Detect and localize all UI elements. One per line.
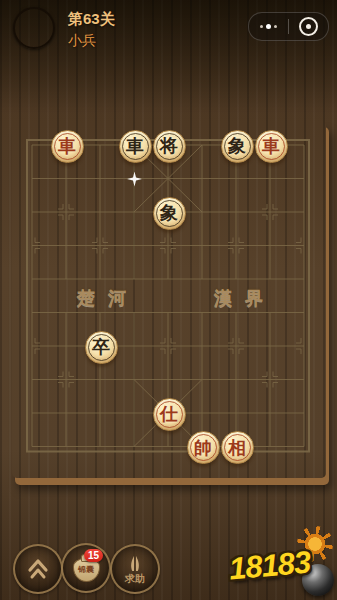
bullseye-close-icon: [299, 17, 318, 36]
piece-black-chariot[interactable]: 車: [119, 130, 152, 163]
watermark-18183: 18183: [227, 526, 337, 596]
piece-character: 卒: [92, 338, 110, 356]
app-screen: 第63关 小兵 楚河 漢界 車車将象車象卒仕帥相 锦囊 15 求助: [0, 0, 337, 600]
bag-count-badge: 15: [84, 549, 103, 562]
help-button[interactable]: 求助: [110, 544, 160, 594]
xiangqi-board[interactable]: 楚河 漢界 車車将象車象卒仕帥相: [12, 120, 326, 478]
piece-black-elephant[interactable]: 象: [153, 197, 186, 230]
piece-character: 車: [126, 137, 144, 155]
piece-red-advisor[interactable]: 仕: [153, 398, 186, 431]
rank-label: 小兵: [68, 33, 115, 47]
watermark-text: 18183: [228, 545, 312, 588]
piece-character: 帥: [194, 439, 212, 457]
player-avatar: [13, 7, 55, 49]
level-title: 第63关: [68, 11, 115, 26]
piece-character: 将: [160, 137, 178, 155]
piece-black-general[interactable]: 将: [153, 130, 186, 163]
praying-hands-icon: [124, 555, 146, 573]
piece-red-general[interactable]: 帥: [187, 431, 220, 464]
piece-red-elephant[interactable]: 相: [221, 431, 254, 464]
menu-button[interactable]: [13, 544, 63, 594]
more-dots-icon: [260, 24, 277, 29]
piece-character: 車: [58, 137, 76, 155]
wechat-capsule: [248, 12, 329, 41]
piece-black-soldier[interactable]: 卒: [85, 331, 118, 364]
bag-label: 锦囊: [78, 566, 94, 574]
piece-red-chariot[interactable]: 車: [51, 130, 84, 163]
piece-character: 相: [228, 439, 246, 457]
help-label: 求助: [125, 574, 145, 584]
piece-red-chariot[interactable]: 車: [255, 130, 288, 163]
piece-character: 象: [228, 137, 246, 155]
piece-character: 象: [160, 204, 178, 222]
river-label-right: 漢界: [214, 286, 276, 310]
piece-character: 仕: [160, 405, 178, 423]
piece-black-elephant[interactable]: 象: [221, 130, 254, 163]
close-button[interactable]: [289, 13, 328, 40]
piece-character: 車: [262, 137, 280, 155]
level-info: 第63关 小兵: [68, 11, 115, 47]
river-label-left: 楚河: [77, 286, 139, 310]
more-button[interactable]: [249, 13, 288, 40]
chevron-up-icon: [24, 557, 52, 581]
